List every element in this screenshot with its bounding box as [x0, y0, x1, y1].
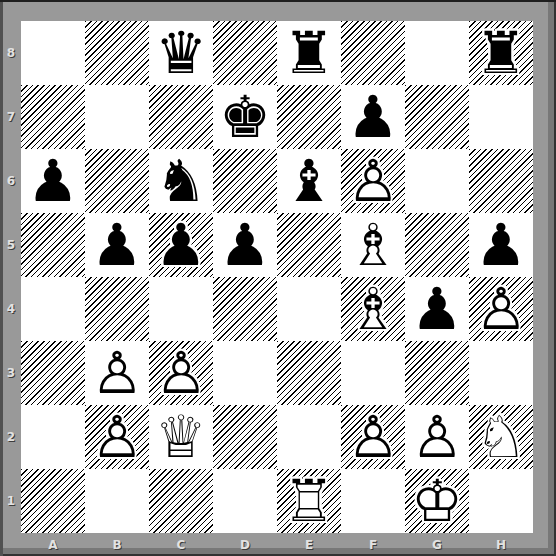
rank-label-1: 1	[4, 494, 18, 508]
square-f3[interactable]	[341, 341, 405, 405]
file-label-f: F	[369, 538, 377, 552]
square-f7[interactable]: ♟	[341, 85, 405, 149]
rank-label-3: 3	[4, 366, 18, 380]
square-g3[interactable]	[405, 341, 469, 405]
rank-label-2: 2	[4, 430, 18, 444]
square-g8[interactable]	[405, 21, 469, 85]
rank-label-6: 6	[4, 174, 18, 188]
square-b2[interactable]: ♟♙	[85, 405, 149, 469]
square-b6[interactable]	[85, 149, 149, 213]
piece-black-pawn[interactable]: ♟	[341, 85, 405, 149]
square-a8[interactable]	[21, 21, 85, 85]
piece-black-pawn[interactable]: ♟	[21, 149, 85, 213]
frame-edge-top	[0, 0, 556, 2]
square-a2[interactable]	[21, 405, 85, 469]
square-c5[interactable]: ♟	[149, 213, 213, 277]
square-d2[interactable]	[213, 405, 277, 469]
piece-black-pawn[interactable]: ♟	[405, 277, 469, 341]
square-h4[interactable]: ♟♙	[469, 277, 533, 341]
piece-black-bishop[interactable]: ♝	[277, 149, 341, 213]
square-e7[interactable]	[277, 85, 341, 149]
piece-black-pawn[interactable]: ♟	[213, 213, 277, 277]
rank-label-8: 8	[4, 46, 18, 60]
piece-black-knight[interactable]: ♞	[149, 149, 213, 213]
square-a5[interactable]	[21, 213, 85, 277]
square-e6[interactable]: ♝	[277, 149, 341, 213]
piece-white-pawn[interactable]: ♙	[85, 341, 149, 405]
square-c3[interactable]: ♟♙	[149, 341, 213, 405]
piece-white-pawn[interactable]: ♙	[341, 405, 405, 469]
square-b1[interactable]	[85, 469, 149, 533]
piece-black-king[interactable]: ♚	[213, 85, 277, 149]
square-d3[interactable]	[213, 341, 277, 405]
square-c1[interactable]	[149, 469, 213, 533]
square-f8[interactable]	[341, 21, 405, 85]
square-b3[interactable]: ♟♙	[85, 341, 149, 405]
piece-white-bishop[interactable]: ♗	[341, 277, 405, 341]
square-c2[interactable]: ♛♕	[149, 405, 213, 469]
piece-black-pawn[interactable]: ♟	[149, 213, 213, 277]
square-f6[interactable]: ♟♙	[341, 149, 405, 213]
chess-board: ♛♜♜♚♟♟♞♝♟♙♟♟♟♝♗♟♝♗♟♟♙♟♙♟♙♟♙♛♕♟♙♟♙♞♘♜♖♚♔	[21, 21, 533, 533]
square-e3[interactable]	[277, 341, 341, 405]
square-h7[interactable]	[469, 85, 533, 149]
square-f4[interactable]: ♝♗	[341, 277, 405, 341]
square-g7[interactable]	[405, 85, 469, 149]
square-g6[interactable]	[405, 149, 469, 213]
piece-black-rook[interactable]: ♜	[469, 21, 533, 85]
square-f2[interactable]: ♟♙	[341, 405, 405, 469]
piece-white-pawn[interactable]: ♙	[85, 405, 149, 469]
square-h8[interactable]: ♜	[469, 21, 533, 85]
square-a1[interactable]	[21, 469, 85, 533]
square-a7[interactable]	[21, 85, 85, 149]
piece-white-king[interactable]: ♔	[405, 469, 469, 533]
piece-white-pawn[interactable]: ♙	[405, 405, 469, 469]
square-e1[interactable]: ♜♖	[277, 469, 341, 533]
square-h2[interactable]: ♞♘	[469, 405, 533, 469]
square-c6[interactable]: ♞	[149, 149, 213, 213]
square-d4[interactable]	[213, 277, 277, 341]
square-g5[interactable]	[405, 213, 469, 277]
piece-black-pawn[interactable]: ♟	[85, 213, 149, 277]
frame-edge-left	[0, 0, 3, 556]
rank-label-4: 4	[4, 302, 18, 316]
square-e5[interactable]	[277, 213, 341, 277]
piece-black-queen[interactable]: ♛	[149, 21, 213, 85]
piece-white-rook[interactable]: ♖	[277, 469, 341, 533]
square-h1[interactable]	[469, 469, 533, 533]
file-label-c: C	[177, 538, 186, 552]
square-b8[interactable]	[85, 21, 149, 85]
piece-white-knight[interactable]: ♘	[469, 405, 533, 469]
piece-white-pawn[interactable]: ♙	[149, 341, 213, 405]
file-label-h: H	[496, 538, 506, 552]
piece-white-pawn[interactable]: ♙	[469, 277, 533, 341]
rank-label-7: 7	[4, 110, 18, 124]
square-g1[interactable]: ♚♔	[405, 469, 469, 533]
rank-label-5: 5	[4, 238, 18, 252]
square-e8[interactable]: ♜	[277, 21, 341, 85]
piece-white-bishop[interactable]: ♗	[341, 213, 405, 277]
square-a3[interactable]	[21, 341, 85, 405]
square-f5[interactable]: ♝♗	[341, 213, 405, 277]
square-c7[interactable]	[149, 85, 213, 149]
square-b7[interactable]	[85, 85, 149, 149]
file-label-a: A	[48, 538, 57, 552]
square-d8[interactable]	[213, 21, 277, 85]
square-a4[interactable]	[21, 277, 85, 341]
piece-black-pawn[interactable]: ♟	[469, 213, 533, 277]
square-c4[interactable]	[149, 277, 213, 341]
square-h6[interactable]	[469, 149, 533, 213]
file-label-b: B	[112, 538, 121, 552]
file-label-g: G	[432, 538, 442, 552]
square-e4[interactable]	[277, 277, 341, 341]
chess-diagram-frame: ♛♜♜♚♟♟♞♝♟♙♟♟♟♝♗♟♝♗♟♟♙♟♙♟♙♟♙♛♕♟♙♟♙♞♘♜♖♚♔ …	[0, 0, 556, 556]
square-d5[interactable]: ♟	[213, 213, 277, 277]
square-g2[interactable]: ♟♙	[405, 405, 469, 469]
square-d1[interactable]	[213, 469, 277, 533]
square-f1[interactable]	[341, 469, 405, 533]
square-g4[interactable]: ♟	[405, 277, 469, 341]
piece-black-rook[interactable]: ♜	[277, 21, 341, 85]
square-d6[interactable]	[213, 149, 277, 213]
piece-white-queen[interactable]: ♕	[149, 405, 213, 469]
file-label-e: E	[305, 538, 313, 552]
square-d7[interactable]: ♚	[213, 85, 277, 149]
piece-white-pawn[interactable]: ♙	[341, 149, 405, 213]
square-b4[interactable]	[85, 277, 149, 341]
square-h5[interactable]: ♟	[469, 213, 533, 277]
square-e2[interactable]	[277, 405, 341, 469]
square-b5[interactable]: ♟	[85, 213, 149, 277]
file-label-d: D	[240, 538, 250, 552]
square-h3[interactable]	[469, 341, 533, 405]
square-c8[interactable]: ♛	[149, 21, 213, 85]
square-a6[interactable]: ♟	[21, 149, 85, 213]
